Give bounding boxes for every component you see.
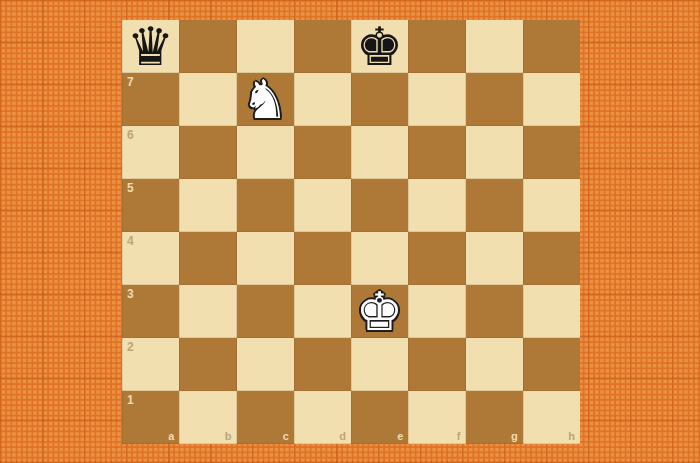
square-e2[interactable]: [351, 338, 408, 391]
square-h2[interactable]: [523, 338, 580, 391]
square-a1[interactable]: 1a: [122, 391, 179, 444]
square-b8[interactable]: [179, 20, 236, 73]
rank-label-3: 3: [127, 288, 134, 300]
square-c1[interactable]: c: [237, 391, 294, 444]
square-h7[interactable]: [523, 73, 580, 126]
rank-label-7: 7: [127, 76, 134, 88]
square-g2[interactable]: [466, 338, 523, 391]
square-d5[interactable]: [294, 179, 351, 232]
square-h5[interactable]: [523, 179, 580, 232]
file-label-g: g: [511, 431, 518, 442]
square-b1[interactable]: b: [179, 391, 236, 444]
square-c3[interactable]: [237, 285, 294, 338]
square-d3[interactable]: [294, 285, 351, 338]
square-f1[interactable]: f: [408, 391, 465, 444]
rank-label-5: 5: [127, 182, 134, 194]
square-h3[interactable]: [523, 285, 580, 338]
square-g8[interactable]: [466, 20, 523, 73]
black-king[interactable]: ♚: [356, 20, 404, 73]
square-f3[interactable]: [408, 285, 465, 338]
square-h4[interactable]: [523, 232, 580, 285]
white-king[interactable]: ♚: [356, 285, 404, 338]
square-g7[interactable]: [466, 73, 523, 126]
square-g4[interactable]: [466, 232, 523, 285]
square-e6[interactable]: [351, 126, 408, 179]
chess-board: ♛♚7♞6543♚21abcdefgh: [122, 20, 580, 444]
rank-label-2: 2: [127, 341, 134, 353]
square-c5[interactable]: [237, 179, 294, 232]
square-f5[interactable]: [408, 179, 465, 232]
square-b2[interactable]: [179, 338, 236, 391]
square-b5[interactable]: [179, 179, 236, 232]
rank-label-4: 4: [127, 235, 134, 247]
square-g6[interactable]: [466, 126, 523, 179]
file-label-a: a: [168, 431, 174, 442]
square-h6[interactable]: [523, 126, 580, 179]
square-a4[interactable]: 4: [122, 232, 179, 285]
square-b6[interactable]: [179, 126, 236, 179]
square-e7[interactable]: [351, 73, 408, 126]
square-g1[interactable]: g: [466, 391, 523, 444]
square-h1[interactable]: h: [523, 391, 580, 444]
square-f2[interactable]: [408, 338, 465, 391]
square-c4[interactable]: [237, 232, 294, 285]
square-b4[interactable]: [179, 232, 236, 285]
square-c2[interactable]: [237, 338, 294, 391]
square-g3[interactable]: [466, 285, 523, 338]
square-e4[interactable]: [351, 232, 408, 285]
square-f4[interactable]: [408, 232, 465, 285]
square-c6[interactable]: [237, 126, 294, 179]
square-f6[interactable]: [408, 126, 465, 179]
square-g5[interactable]: [466, 179, 523, 232]
square-b3[interactable]: [179, 285, 236, 338]
file-label-b: b: [225, 431, 232, 442]
square-a7[interactable]: 7: [122, 73, 179, 126]
file-label-e: e: [397, 431, 403, 442]
file-label-d: d: [339, 431, 346, 442]
square-d1[interactable]: d: [294, 391, 351, 444]
square-b7[interactable]: [179, 73, 236, 126]
square-c7[interactable]: ♞: [237, 73, 294, 126]
square-d7[interactable]: [294, 73, 351, 126]
square-d4[interactable]: [294, 232, 351, 285]
square-d8[interactable]: [294, 20, 351, 73]
file-label-f: f: [457, 431, 461, 442]
white-knight[interactable]: ♞: [241, 73, 289, 126]
square-a8[interactable]: ♛: [122, 20, 179, 73]
square-e1[interactable]: e: [351, 391, 408, 444]
square-e3[interactable]: ♚: [351, 285, 408, 338]
page-background: ♛♚7♞6543♚21abcdefgh: [0, 0, 700, 463]
square-a6[interactable]: 6: [122, 126, 179, 179]
black-queen[interactable]: ♛: [127, 20, 175, 73]
square-a3[interactable]: 3: [122, 285, 179, 338]
file-label-h: h: [568, 431, 575, 442]
square-e8[interactable]: ♚: [351, 20, 408, 73]
square-d2[interactable]: [294, 338, 351, 391]
square-a5[interactable]: 5: [122, 179, 179, 232]
file-label-c: c: [283, 431, 289, 442]
square-e5[interactable]: [351, 179, 408, 232]
square-f7[interactable]: [408, 73, 465, 126]
square-d6[interactable]: [294, 126, 351, 179]
square-f8[interactable]: [408, 20, 465, 73]
square-a2[interactable]: 2: [122, 338, 179, 391]
rank-label-1: 1: [127, 394, 134, 406]
square-c8[interactable]: [237, 20, 294, 73]
rank-label-6: 6: [127, 129, 134, 141]
square-h8[interactable]: [523, 20, 580, 73]
